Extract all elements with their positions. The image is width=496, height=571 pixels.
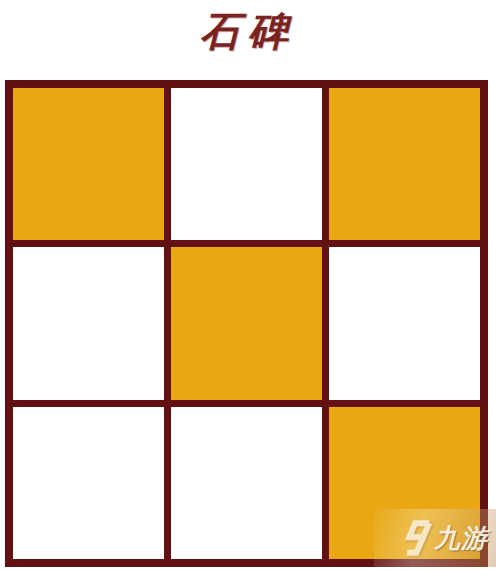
cell-r2c3-white[interactable] <box>329 247 480 399</box>
page-title: 石碑 <box>0 4 496 59</box>
watermark-text: 九游 <box>434 521 488 556</box>
cell-r1c1-gold[interactable] <box>13 88 164 240</box>
cell-r3c2-white[interactable] <box>171 407 322 559</box>
cell-r1c2-white[interactable] <box>171 88 322 240</box>
cell-r2c2-gold[interactable] <box>171 247 322 399</box>
page: 石碑 九游 <box>0 0 496 571</box>
puzzle-board <box>5 80 488 567</box>
9game-logo-icon <box>400 518 434 558</box>
cell-r1c3-gold[interactable] <box>329 88 480 240</box>
watermark: 九游 <box>374 509 496 567</box>
cell-r3c1-white[interactable] <box>13 407 164 559</box>
cell-r2c1-white[interactable] <box>13 247 164 399</box>
